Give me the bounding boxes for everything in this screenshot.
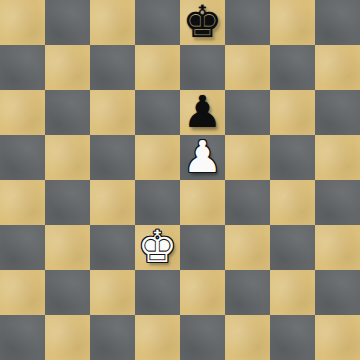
square-a5[interactable] — [0, 135, 45, 180]
square-c4[interactable] — [90, 180, 135, 225]
square-a4[interactable] — [0, 180, 45, 225]
square-f6[interactable] — [225, 90, 270, 135]
square-e2[interactable] — [180, 270, 225, 315]
square-e6[interactable]: ♟ — [180, 90, 225, 135]
square-f2[interactable] — [225, 270, 270, 315]
square-b4[interactable] — [45, 180, 90, 225]
square-d6[interactable] — [135, 90, 180, 135]
square-c7[interactable] — [90, 45, 135, 90]
square-h8[interactable] — [315, 0, 360, 45]
square-g7[interactable] — [270, 45, 315, 90]
square-h7[interactable] — [315, 45, 360, 90]
square-h1[interactable] — [315, 315, 360, 360]
square-b2[interactable] — [45, 270, 90, 315]
square-f4[interactable] — [225, 180, 270, 225]
square-d8[interactable] — [135, 0, 180, 45]
square-e8[interactable]: ♚ — [180, 0, 225, 45]
square-a8[interactable] — [0, 0, 45, 45]
square-d7[interactable] — [135, 45, 180, 90]
square-g3[interactable] — [270, 225, 315, 270]
square-g8[interactable] — [270, 0, 315, 45]
square-b8[interactable] — [45, 0, 90, 45]
square-f1[interactable] — [225, 315, 270, 360]
chess-board-screenshot: ♚♟♟♚ — [0, 0, 360, 360]
square-a1[interactable] — [0, 315, 45, 360]
square-e3[interactable] — [180, 225, 225, 270]
square-e1[interactable] — [180, 315, 225, 360]
square-f8[interactable] — [225, 0, 270, 45]
square-d2[interactable] — [135, 270, 180, 315]
square-a7[interactable] — [0, 45, 45, 90]
square-h3[interactable] — [315, 225, 360, 270]
square-c5[interactable] — [90, 135, 135, 180]
square-a6[interactable] — [0, 90, 45, 135]
piece-black-pawn[interactable]: ♟ — [183, 90, 222, 134]
square-a3[interactable] — [0, 225, 45, 270]
square-f3[interactable] — [225, 225, 270, 270]
square-g2[interactable] — [270, 270, 315, 315]
square-h5[interactable] — [315, 135, 360, 180]
square-b6[interactable] — [45, 90, 90, 135]
square-d3[interactable]: ♚ — [135, 225, 180, 270]
square-b5[interactable] — [45, 135, 90, 180]
square-c8[interactable] — [90, 0, 135, 45]
square-g5[interactable] — [270, 135, 315, 180]
square-h4[interactable] — [315, 180, 360, 225]
square-g1[interactable] — [270, 315, 315, 360]
piece-white-pawn[interactable]: ♟ — [183, 135, 222, 179]
chess-board: ♚♟♟♚ — [0, 0, 360, 360]
square-g6[interactable] — [270, 90, 315, 135]
square-c2[interactable] — [90, 270, 135, 315]
piece-white-king[interactable]: ♚ — [138, 225, 177, 269]
square-c3[interactable] — [90, 225, 135, 270]
square-a2[interactable] — [0, 270, 45, 315]
square-f5[interactable] — [225, 135, 270, 180]
square-d4[interactable] — [135, 180, 180, 225]
square-g4[interactable] — [270, 180, 315, 225]
square-d1[interactable] — [135, 315, 180, 360]
square-f7[interactable] — [225, 45, 270, 90]
square-b1[interactable] — [45, 315, 90, 360]
piece-black-king[interactable]: ♚ — [183, 0, 222, 44]
square-e5[interactable]: ♟ — [180, 135, 225, 180]
square-h6[interactable] — [315, 90, 360, 135]
square-e7[interactable] — [180, 45, 225, 90]
square-d5[interactable] — [135, 135, 180, 180]
square-h2[interactable] — [315, 270, 360, 315]
square-b3[interactable] — [45, 225, 90, 270]
square-b7[interactable] — [45, 45, 90, 90]
square-c1[interactable] — [90, 315, 135, 360]
square-c6[interactable] — [90, 90, 135, 135]
square-e4[interactable] — [180, 180, 225, 225]
